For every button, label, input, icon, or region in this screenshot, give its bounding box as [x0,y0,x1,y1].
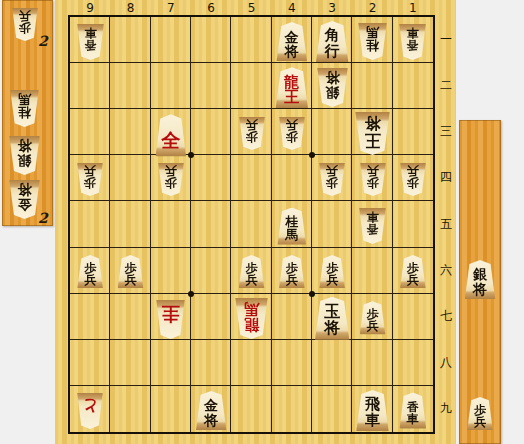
sente-captured-stand: 銀将歩兵 [459,120,501,444]
file-label-8: 8 [111,1,151,15]
piece-kanji: 兵 [246,119,258,131]
piece-kanji: 馬 [285,228,298,241]
piece-kanji: 歩 [367,177,379,189]
square-13[interactable] [393,109,433,155]
piece-kanji: 香 [84,39,96,51]
rank-label-1: 一 [437,31,455,48]
hand-count: 2 [38,210,48,226]
piece-kanji: 車 [407,27,419,39]
piece-kanji: 将 [324,320,340,336]
file-label-3: 3 [312,1,352,15]
piece-kanji: 歩 [165,177,177,189]
piece-kanji: 歩 [19,22,31,34]
piece-kanji: 銀 [325,85,339,99]
star-point [188,291,194,297]
square-38[interactable] [312,340,352,386]
piece-kanji: 兵 [286,119,298,131]
square-28[interactable] [352,340,392,386]
square-54[interactable] [231,155,271,201]
square-84[interactable] [110,155,150,201]
file-label-9: 9 [70,1,110,15]
piece-kanji: 将 [18,183,32,197]
piece-kanji: 車 [84,27,96,39]
piece-kanji: 兵 [474,416,486,428]
square-15[interactable] [393,201,433,247]
rank-label-6: 六 [437,262,455,279]
piece-sente-S[interactable]: 銀将 [465,260,496,299]
square-55[interactable] [231,201,271,247]
square-82[interactable] [110,63,150,109]
piece-kanji: 兵 [84,274,96,286]
rank-label-5: 五 [437,216,455,233]
square-92[interactable] [70,63,110,109]
square-49[interactable] [272,386,312,432]
piece-kanji: 龍 [244,316,259,331]
piece-kanji: 兵 [246,274,258,286]
piece-kanji: 将 [18,139,32,153]
square-17[interactable] [393,294,433,340]
rank-label-8: 八 [437,354,455,371]
piece-kanji: 兵 [407,274,419,286]
file-label-6: 6 [191,1,231,15]
piece-kanji: 車 [365,413,380,428]
piece-kanji: 兵 [165,165,177,177]
piece-kanji: 将 [365,115,381,131]
square-48[interactable] [272,340,312,386]
hand-count: 2 [38,33,48,49]
piece-kanji: 馬 [244,301,259,316]
piece-kanji: 兵 [407,165,419,177]
square-97[interactable] [70,294,110,340]
piece-gote-S[interactable]: 銀将 [9,136,40,175]
piece-kanji: 圭 [162,305,180,323]
rank-label-7: 七 [437,308,455,325]
square-22[interactable] [352,63,392,109]
square-51[interactable] [231,17,271,63]
square-66[interactable] [191,248,231,294]
square-89[interactable] [110,386,150,432]
gote-captured-stand: 歩兵2桂馬銀将金将2 [2,0,53,226]
square-68[interactable] [191,340,231,386]
piece-kanji: 兵 [286,274,298,286]
square-95[interactable] [70,201,110,247]
piece-kanji: 桂 [18,106,31,119]
piece-kanji: 全 [161,131,180,150]
piece-kanji: 兵 [19,10,31,22]
square-12[interactable] [393,63,433,109]
square-79[interactable] [151,386,191,432]
piece-kanji: 香 [407,39,419,51]
piece-kanji: 王 [365,132,381,148]
piece-kanji: 歩 [407,177,419,189]
piece-kanji: 歩 [474,404,486,416]
piece-sente-P[interactable]: 歩兵 [467,397,493,430]
piece-kanji: 銀 [473,267,487,281]
piece-kanji: 将 [285,44,299,58]
piece-gote-N[interactable]: 桂馬 [10,90,39,127]
square-67[interactable] [191,294,231,340]
piece-kanji: 兵 [367,320,379,332]
piece-kanji: 王 [284,90,299,105]
piece-kanji: 銀 [18,153,32,167]
piece-kanji: 桂 [285,215,298,228]
piece-kanji: 歩 [84,177,96,189]
piece-kanji: 歩 [326,177,338,189]
file-label-7: 7 [151,1,191,15]
square-58[interactable] [231,340,271,386]
square-52[interactable] [231,63,271,109]
rank-label-2: 二 [437,77,455,94]
piece-kanji: 兵 [125,274,137,286]
piece-kanji: 金 [285,30,299,44]
square-87[interactable] [110,294,150,340]
piece-kanji: 金 [18,197,32,211]
shogi-app: 歩兵2桂馬銀将金将2 987654321 一二三四五六七八九 香車金将角行桂馬香… [0,0,524,444]
piece-kanji: 行 [325,44,340,59]
square-75[interactable] [151,201,191,247]
square-44[interactable] [272,155,312,201]
square-88[interactable] [110,340,150,386]
piece-kanji: 将 [204,413,218,427]
rank-label-3: 三 [437,123,455,140]
file-label-1: 1 [393,1,433,15]
square-59[interactable] [231,386,271,432]
piece-kanji: 桂 [366,39,379,52]
rank-label-4: 四 [437,169,455,186]
file-label-5: 5 [232,1,272,15]
square-62[interactable] [191,63,231,109]
file-label-4: 4 [272,1,312,15]
piece-kanji: 将 [325,71,339,85]
square-98[interactable] [70,340,110,386]
piece-kanji: 将 [473,282,487,296]
piece-kanji: 馬 [18,93,31,106]
piece-kanji: 歩 [286,131,298,143]
square-63[interactable] [191,109,231,155]
piece-kanji: 歩 [246,131,258,143]
square-83[interactable] [110,109,150,155]
piece-kanji: 車 [407,413,419,425]
square-61[interactable] [191,17,231,63]
square-35[interactable] [312,201,352,247]
piece-kanji: 香 [367,223,379,235]
piece-gote-G[interactable]: 金将 [9,180,40,219]
rank-label-9: 九 [437,400,455,417]
square-81[interactable] [110,17,150,63]
piece-kanji: 兵 [84,165,96,177]
piece-kanji: 兵 [367,165,379,177]
piece-kanji: 兵 [326,274,338,286]
square-65[interactable] [191,201,231,247]
square-93[interactable] [70,109,110,155]
square-33[interactable] [312,109,352,155]
square-39[interactable] [312,386,352,432]
piece-kanji: 金 [204,398,218,412]
square-64[interactable] [191,155,231,201]
square-18[interactable] [393,340,433,386]
square-71[interactable] [151,17,191,63]
square-85[interactable] [110,201,150,247]
star-point [309,291,315,297]
square-76[interactable] [151,248,191,294]
piece-kanji: と [82,398,98,414]
square-26[interactable] [352,248,392,294]
square-47[interactable] [272,294,312,340]
shogi-board-panel: 987654321 一二三四五六七八九 香車金将角行桂馬香車龍王銀将全歩兵歩兵王… [55,0,456,444]
piece-kanji: 車 [367,211,379,223]
file-label-2: 2 [353,1,393,15]
square-72[interactable] [151,63,191,109]
piece-kanji: 兵 [326,165,338,177]
piece-gote-P[interactable]: 歩兵 [12,8,38,41]
piece-kanji: 馬 [366,26,379,39]
square-78[interactable] [151,340,191,386]
